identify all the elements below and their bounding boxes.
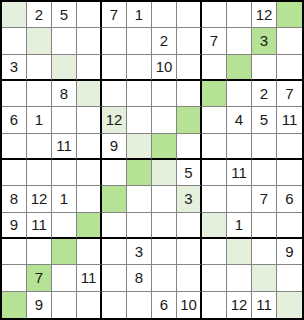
cell-r7c12[interactable] — [277, 160, 302, 186]
cell-r4c10[interactable] — [227, 81, 252, 107]
cell-r4c9[interactable] — [202, 81, 227, 107]
cell-r1c10[interactable] — [227, 2, 252, 28]
cell-r5c5[interactable]: 12 — [102, 107, 127, 133]
cell-r12c3[interactable] — [52, 292, 77, 318]
cell-r10c5[interactable] — [102, 239, 127, 265]
cell-r11c2[interactable]: 7 — [27, 265, 52, 291]
cell-r1c3[interactable]: 5 — [52, 2, 77, 28]
cell-r6c9[interactable] — [202, 134, 227, 160]
cell-r2c3[interactable] — [52, 28, 77, 54]
cell-r9c11[interactable] — [252, 213, 277, 239]
cell-r11c8[interactable] — [177, 265, 202, 291]
cell-r12c11[interactable]: 11 — [252, 292, 277, 318]
cell-r11c3[interactable] — [52, 265, 77, 291]
cell-r12c5[interactable] — [102, 292, 127, 318]
cell-r11c9[interactable] — [202, 265, 227, 291]
cell-r4c3[interactable]: 8 — [52, 81, 77, 107]
cell-r12c2[interactable]: 9 — [27, 292, 52, 318]
cell-r6c5[interactable]: 9 — [102, 134, 127, 160]
cell-r5c9[interactable] — [202, 107, 227, 133]
cell-r6c10[interactable] — [227, 134, 252, 160]
cell-r10c12[interactable]: 9 — [277, 239, 302, 265]
cell-r4c5[interactable] — [102, 81, 127, 107]
cell-r3c4[interactable] — [77, 55, 102, 81]
cell-r5c12[interactable]: 11 — [277, 107, 302, 133]
cell-r8c6[interactable] — [127, 186, 152, 212]
cell-r2c1[interactable] — [2, 28, 27, 54]
cell-r7c1[interactable] — [2, 160, 27, 186]
cell-r2c5[interactable] — [102, 28, 127, 54]
cell-r1c6[interactable]: 1 — [127, 2, 152, 28]
cell-r9c10[interactable]: 1 — [227, 213, 252, 239]
cell-r10c4[interactable] — [77, 239, 102, 265]
cell-r11c5[interactable] — [102, 265, 127, 291]
cell-r6c8[interactable] — [177, 134, 202, 160]
cell-r12c10[interactable]: 12 — [227, 292, 252, 318]
cell-r8c7[interactable] — [152, 186, 177, 212]
cell-r10c1[interactable] — [2, 239, 27, 265]
cell-r1c12[interactable] — [277, 2, 302, 28]
cell-r5c7[interactable] — [152, 107, 177, 133]
cell-r1c8[interactable] — [177, 2, 202, 28]
cell-r5c2[interactable]: 1 — [27, 107, 52, 133]
cell-r1c9[interactable] — [202, 2, 227, 28]
cell-r2c8[interactable] — [177, 28, 202, 54]
cell-r9c8[interactable] — [177, 213, 202, 239]
cell-r8c2[interactable]: 12 — [27, 186, 52, 212]
cell-r5c10[interactable]: 4 — [227, 107, 252, 133]
cell-r11c11[interactable] — [252, 265, 277, 291]
cell-r9c9[interactable] — [202, 213, 227, 239]
cell-r7c2[interactable] — [27, 160, 52, 186]
cell-r9c3[interactable] — [52, 213, 77, 239]
cell-r6c2[interactable] — [27, 134, 52, 160]
cell-r5c3[interactable] — [52, 107, 77, 133]
cell-r8c9[interactable] — [202, 186, 227, 212]
cell-r3c5[interactable] — [102, 55, 127, 81]
cell-r3c10[interactable] — [227, 55, 252, 81]
cell-r8c11[interactable]: 7 — [252, 186, 277, 212]
cell-r4c12[interactable]: 7 — [277, 81, 302, 107]
cell-r3c11[interactable] — [252, 55, 277, 81]
cell-r2c7[interactable]: 2 — [152, 28, 177, 54]
cell-r2c11[interactable]: 3 — [252, 28, 277, 54]
cell-r3c12[interactable] — [277, 55, 302, 81]
cell-r11c6[interactable]: 8 — [127, 265, 152, 291]
cell-r2c4[interactable] — [77, 28, 102, 54]
cell-r6c6[interactable] — [127, 134, 152, 160]
cell-r7c11[interactable] — [252, 160, 277, 186]
cell-r7c8[interactable]: 5 — [177, 160, 202, 186]
cell-r8c1[interactable]: 8 — [2, 186, 27, 212]
cell-r10c11[interactable] — [252, 239, 277, 265]
cell-r5c1[interactable]: 6 — [2, 107, 27, 133]
cell-r6c7[interactable] — [152, 134, 177, 160]
cell-r9c1[interactable]: 9 — [2, 213, 27, 239]
cell-r3c1[interactable]: 3 — [2, 55, 27, 81]
cell-r6c11[interactable] — [252, 134, 277, 160]
cell-r5c6[interactable] — [127, 107, 152, 133]
cell-r9c6[interactable] — [127, 213, 152, 239]
cell-r9c2[interactable]: 11 — [27, 213, 52, 239]
cell-r6c1[interactable] — [2, 134, 27, 160]
cell-r7c5[interactable] — [102, 160, 127, 186]
cell-r8c3[interactable]: 1 — [52, 186, 77, 212]
cell-r4c2[interactable] — [27, 81, 52, 107]
cell-r5c8[interactable] — [177, 107, 202, 133]
cell-r3c7[interactable]: 10 — [152, 55, 177, 81]
cell-r11c12[interactable] — [277, 265, 302, 291]
cell-r12c1[interactable] — [2, 292, 27, 318]
cell-r8c4[interactable] — [77, 186, 102, 212]
cell-r12c9[interactable] — [202, 292, 227, 318]
cell-r2c12[interactable] — [277, 28, 302, 54]
cell-r11c7[interactable] — [152, 265, 177, 291]
cell-r1c11[interactable]: 12 — [252, 2, 277, 28]
cell-r1c7[interactable] — [152, 2, 177, 28]
cell-r4c4[interactable] — [77, 81, 102, 107]
cell-r3c8[interactable] — [177, 55, 202, 81]
cell-r1c1[interactable] — [2, 2, 27, 28]
cell-r1c2[interactable]: 2 — [27, 2, 52, 28]
cell-r3c3[interactable] — [52, 55, 77, 81]
cell-r4c11[interactable]: 2 — [252, 81, 277, 107]
cell-r9c5[interactable] — [102, 213, 127, 239]
cell-r4c6[interactable] — [127, 81, 152, 107]
cell-r10c3[interactable] — [52, 239, 77, 265]
cell-r7c7[interactable] — [152, 160, 177, 186]
cell-r3c6[interactable] — [127, 55, 152, 81]
cell-r7c9[interactable] — [202, 160, 227, 186]
cell-r6c12[interactable] — [277, 134, 302, 160]
cell-r7c3[interactable] — [52, 160, 77, 186]
cell-r5c11[interactable]: 5 — [252, 107, 277, 133]
cell-r7c6[interactable] — [127, 160, 152, 186]
cell-r8c10[interactable] — [227, 186, 252, 212]
cell-r10c8[interactable] — [177, 239, 202, 265]
cell-r8c8[interactable]: 3 — [177, 186, 202, 212]
cell-r1c5[interactable]: 7 — [102, 2, 127, 28]
cell-r10c6[interactable]: 3 — [127, 239, 152, 265]
cell-r2c6[interactable] — [127, 28, 152, 54]
cell-r6c3[interactable]: 11 — [52, 134, 77, 160]
sudoku-board: 2571122733108276112451111951181213769111… — [0, 0, 304, 320]
cell-r4c8[interactable] — [177, 81, 202, 107]
cell-r3c9[interactable] — [202, 55, 227, 81]
cell-r8c5[interactable] — [102, 186, 127, 212]
cell-r12c12[interactable] — [277, 292, 302, 318]
cell-r9c7[interactable] — [152, 213, 177, 239]
cell-r11c10[interactable] — [227, 265, 252, 291]
cell-r2c10[interactable] — [227, 28, 252, 54]
cell-r12c6[interactable] — [127, 292, 152, 318]
cell-r1c4[interactable] — [77, 2, 102, 28]
cell-r10c7[interactable] — [152, 239, 177, 265]
cell-r9c12[interactable] — [277, 213, 302, 239]
cell-r5c4[interactable] — [77, 107, 102, 133]
cell-r12c8[interactable]: 10 — [177, 292, 202, 318]
cell-r2c2[interactable] — [27, 28, 52, 54]
cell-r4c7[interactable] — [152, 81, 177, 107]
cell-r11c4[interactable]: 11 — [77, 265, 102, 291]
cell-r3c2[interactable] — [27, 55, 52, 81]
cell-r6c4[interactable] — [77, 134, 102, 160]
cell-r12c4[interactable] — [77, 292, 102, 318]
cell-r4c1[interactable] — [2, 81, 27, 107]
cell-r10c2[interactable] — [27, 239, 52, 265]
cell-r9c4[interactable] — [77, 213, 102, 239]
cell-r7c4[interactable] — [77, 160, 102, 186]
cell-r12c7[interactable]: 6 — [152, 292, 177, 318]
cell-r8c12[interactable]: 6 — [277, 186, 302, 212]
cell-r10c9[interactable] — [202, 239, 227, 265]
cell-r2c9[interactable]: 7 — [202, 28, 227, 54]
cell-r11c1[interactable] — [2, 265, 27, 291]
cell-r10c10[interactable] — [227, 239, 252, 265]
cell-r7c10[interactable]: 11 — [227, 160, 252, 186]
